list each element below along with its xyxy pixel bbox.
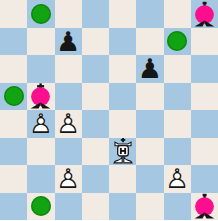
square-c3[interactable]	[55, 138, 82, 166]
square-c8[interactable]	[55, 0, 82, 28]
green-disc-marker[interactable]	[31, 4, 51, 24]
square-d7[interactable]	[82, 28, 109, 56]
black-pawn[interactable]: ♟	[138, 55, 162, 82]
square-e3[interactable]	[109, 138, 136, 166]
square-h1[interactable]	[191, 193, 218, 221]
square-a6[interactable]	[0, 55, 27, 83]
green-disc-marker[interactable]	[31, 196, 51, 216]
pink-piece-knob-top[interactable]	[192, 193, 217, 219]
square-c7[interactable]: ♟	[55, 28, 82, 56]
square-d3[interactable]	[82, 138, 109, 166]
square-h7[interactable]	[191, 28, 218, 56]
square-a5[interactable]	[0, 83, 27, 111]
square-a3[interactable]	[0, 138, 27, 166]
square-b5[interactable]	[27, 83, 54, 111]
app-window: ♟♟ ♟♙♟♙ ♟♙♟♙	[0, 0, 218, 220]
square-d4[interactable]	[82, 110, 109, 138]
square-g5[interactable]	[164, 83, 191, 111]
square-a7[interactable]	[0, 28, 27, 56]
square-e1[interactable]	[109, 193, 136, 221]
square-g7[interactable]	[164, 28, 191, 56]
square-c5[interactable]	[55, 83, 82, 111]
square-b2[interactable]	[27, 165, 54, 193]
square-c2[interactable]: ♟♙	[55, 165, 82, 193]
square-g6[interactable]	[164, 55, 191, 83]
square-f3[interactable]	[136, 138, 163, 166]
square-g8[interactable]	[164, 0, 191, 28]
square-g4[interactable]	[164, 110, 191, 138]
white-pawn[interactable]: ♟♙	[27, 110, 54, 137]
square-b4[interactable]: ♟♙	[27, 110, 54, 138]
square-e7[interactable]	[109, 28, 136, 56]
square-h5[interactable]	[191, 83, 218, 111]
pink-piece-knob-top[interactable]	[192, 1, 217, 27]
square-b6[interactable]	[27, 55, 54, 83]
square-a8[interactable]	[0, 0, 27, 28]
square-h4[interactable]	[191, 110, 218, 138]
square-g3[interactable]	[164, 138, 191, 166]
square-h6[interactable]	[191, 55, 218, 83]
white-pawn[interactable]: ♟♙	[164, 165, 191, 192]
square-f5[interactable]	[136, 83, 163, 111]
square-e2[interactable]	[109, 165, 136, 193]
white-h-piece[interactable]	[110, 138, 136, 164]
square-e5[interactable]	[109, 83, 136, 111]
square-g2[interactable]: ♟♙	[164, 165, 191, 193]
square-d1[interactable]	[82, 193, 109, 221]
square-b8[interactable]	[27, 0, 54, 28]
square-a2[interactable]	[0, 165, 27, 193]
green-disc-marker[interactable]	[4, 86, 24, 106]
chess-board: ♟♟ ♟♙♟♙ ♟♙♟♙	[0, 0, 218, 220]
square-f2[interactable]	[136, 165, 163, 193]
green-disc-marker[interactable]	[167, 31, 187, 51]
square-d2[interactable]	[82, 165, 109, 193]
square-e6[interactable]	[109, 55, 136, 83]
square-d6[interactable]	[82, 55, 109, 83]
square-f4[interactable]	[136, 110, 163, 138]
square-b1[interactable]	[27, 193, 54, 221]
square-c1[interactable]	[55, 193, 82, 221]
white-pawn[interactable]: ♟♙	[55, 110, 82, 137]
square-e4[interactable]	[109, 110, 136, 138]
square-b7[interactable]	[27, 28, 54, 56]
square-d5[interactable]	[82, 83, 109, 111]
square-f7[interactable]	[136, 28, 163, 56]
square-c4[interactable]: ♟♙	[55, 110, 82, 138]
square-f8[interactable]	[136, 0, 163, 28]
black-pawn[interactable]: ♟	[56, 28, 80, 55]
square-h8[interactable]	[191, 0, 218, 28]
square-a1[interactable]	[0, 193, 27, 221]
square-c6[interactable]	[55, 55, 82, 83]
square-d8[interactable]	[82, 0, 109, 28]
square-a4[interactable]	[0, 110, 27, 138]
square-f6[interactable]: ♟	[136, 55, 163, 83]
square-g1[interactable]	[164, 193, 191, 221]
square-f1[interactable]	[136, 193, 163, 221]
white-pawn[interactable]: ♟♙	[55, 165, 82, 192]
pink-piece-cross-top[interactable]	[28, 83, 53, 109]
square-h3[interactable]	[191, 138, 218, 166]
square-e8[interactable]	[109, 0, 136, 28]
square-h2[interactable]	[191, 165, 218, 193]
square-b3[interactable]	[27, 138, 54, 166]
